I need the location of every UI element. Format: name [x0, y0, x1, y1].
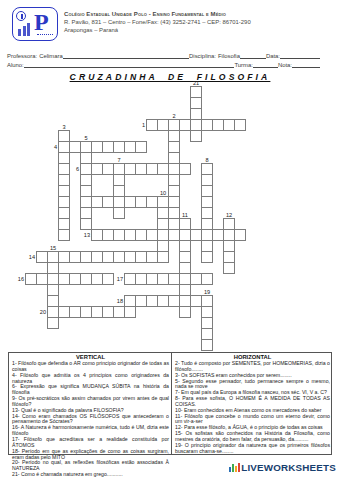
crossword-cell[interactable] [80, 218, 92, 230]
clue-box: VERTICAL 1- Filósofo que defendia o AR c… [8, 352, 332, 455]
crossword-cell[interactable] [190, 108, 202, 120]
crossword-cell[interactable] [223, 262, 235, 274]
crossword-cell[interactable] [58, 130, 70, 142]
clue-number-label: 3 [57, 124, 72, 130]
crossword-cell[interactable] [124, 306, 136, 318]
clue-number-label: 2 [167, 113, 182, 119]
clue-number-label: 20 [31, 309, 46, 315]
clue-number-label: 10 [156, 190, 171, 196]
crossword-cell[interactable] [47, 295, 59, 307]
crossword-cell[interactable] [47, 262, 59, 274]
clue-number-label: 21 [189, 80, 204, 86]
crossword-cell[interactable] [113, 185, 125, 197]
clue-item: 17- Filósofo que acreditava ser a realid… [12, 437, 169, 449]
crossword-cell[interactable] [157, 218, 169, 230]
crossword-cell[interactable] [179, 262, 191, 274]
liveworksheets-bars-icon [229, 463, 240, 473]
clue-item: 2- Tudo é composto por SEMENTES, por HOM… [175, 361, 330, 373]
clue-number-label: 7 [112, 157, 127, 163]
clue-number-label: 12 [222, 212, 237, 218]
clue-number-label: 14 [20, 254, 35, 260]
clue-column-vertical: VERTICAL 1- Filósofo que defendia o AR c… [12, 354, 169, 478]
clue-number-label: 8 [200, 157, 215, 163]
crossword-cell[interactable] [47, 317, 59, 329]
crossword-cell[interactable] [223, 218, 235, 230]
clue-item: 19- O princípio originador da natureza q… [175, 443, 330, 455]
crossword-cell[interactable] [135, 141, 147, 153]
vertical-clue-list: 1- Filósofo que defendia o AR como princ… [12, 361, 169, 478]
clue-number-label: 11 [178, 212, 193, 218]
crossword-cell[interactable] [201, 339, 213, 351]
crossword-cell[interactable] [234, 119, 246, 131]
crossword-cell[interactable] [179, 163, 191, 175]
worksheet-page: P Colégio Estadual Unidade Polo - Ensino… [0, 0, 340, 480]
clue-number-label: 16 [9, 276, 24, 282]
clue-item: 21- Como é chamada natureza em grego....… [12, 472, 169, 478]
clue-item: 1- Filósofo que defendia o AR como princ… [12, 361, 169, 373]
crossword-cell[interactable] [113, 207, 125, 219]
clue-number-label: 5 [79, 135, 94, 141]
clue-column-horizontal: HORIZONTAL 2- Tudo é composto por SEMENT… [175, 354, 330, 455]
clue-number-label: 1 [130, 122, 145, 128]
crossword-cell[interactable] [201, 251, 213, 263]
crossword-cell[interactable] [201, 218, 213, 230]
clue-number-label: 19 [200, 289, 215, 295]
clue-number-label: 13 [75, 232, 90, 238]
crossword-cell[interactable] [190, 130, 202, 142]
crossword-cell[interactable] [80, 152, 92, 164]
clue-column-divider [171, 353, 172, 454]
crossword-cell[interactable] [58, 229, 70, 241]
clue-item: 8- Para esse sofista, O HOMEM É A MEDIDA… [175, 396, 330, 408]
clue-number-label: 18 [108, 298, 123, 304]
brand-name: LIVEWORKSHEETS [241, 462, 336, 473]
crossword-cell[interactable] [157, 251, 169, 263]
horizontal-clue-list: 2- Tudo é composto por SEMENTES, por HOM… [175, 361, 330, 455]
crossword-cell[interactable] [179, 306, 191, 318]
crossword-cell[interactable] [201, 273, 213, 285]
crossword-cell[interactable] [168, 152, 180, 164]
clue-number-label: 15 [46, 245, 61, 251]
crossword-cell[interactable] [157, 240, 169, 252]
clue-item: 9- Os pré-socráticos são assim chamados … [12, 396, 169, 408]
crossword-cell[interactable] [179, 284, 191, 296]
clue-number-label: 17 [108, 276, 123, 282]
liveworksheets-brand[interactable]: LIVEWORKSHEETS [229, 461, 336, 473]
crossword-cell[interactable] [179, 218, 191, 230]
crossword-cell[interactable] [234, 229, 246, 241]
clue-number-label: 4 [42, 144, 57, 150]
